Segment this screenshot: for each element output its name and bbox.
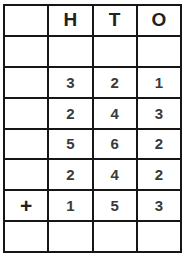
addend4-ones: 2: [138, 160, 180, 189]
addend3-ones: 2: [138, 130, 180, 159]
addend4-hundreds: 2: [49, 160, 91, 189]
addend5-tens: 5: [94, 191, 136, 220]
grid-cell: [5, 130, 47, 159]
addend1-ones: 1: [138, 68, 180, 97]
header-tens: T: [94, 6, 136, 35]
addend5-ones: 3: [138, 191, 180, 220]
grid-cell: [5, 99, 47, 128]
header-ones: O: [138, 6, 180, 35]
addend3-hundreds: 5: [49, 130, 91, 159]
grid-cell: [5, 160, 47, 189]
carry-cell-hundreds[interactable]: [49, 37, 91, 66]
worksheet: H T O 3 2 1 2 4 3 5 6 2 2 4 2 + 1 5 3: [3, 4, 182, 253]
addend3-tens: 6: [94, 130, 136, 159]
header-hundreds: H: [49, 6, 91, 35]
addend1-hundreds: 3: [49, 68, 91, 97]
addend2-tens: 4: [94, 99, 136, 128]
answer-cell-tens[interactable]: [94, 222, 136, 251]
addend5-hundreds: 1: [49, 191, 91, 220]
addend2-ones: 3: [138, 99, 180, 128]
carry-cell-tens[interactable]: [94, 37, 136, 66]
answer-cell-ones[interactable]: [138, 222, 180, 251]
answer-cell-hundreds[interactable]: [49, 222, 91, 251]
addend4-tens: 4: [94, 160, 136, 189]
grid-cell: [5, 222, 47, 251]
addend1-tens: 2: [94, 68, 136, 97]
grid-cell: [5, 68, 47, 97]
carry-cell-ones[interactable]: [138, 37, 180, 66]
plus-operator: +: [5, 191, 47, 220]
addend2-hundreds: 2: [49, 99, 91, 128]
header-corner-cell: [5, 6, 47, 35]
addition-grid: H T O 3 2 1 2 4 3 5 6 2 2 4 2 + 1 5 3: [3, 4, 182, 253]
grid-cell: [5, 37, 47, 66]
